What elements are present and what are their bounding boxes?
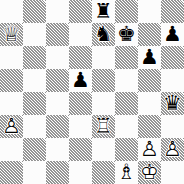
square-d5[interactable]: ♟♟ (69, 69, 92, 92)
square-f6[interactable] (115, 46, 138, 69)
square-c8[interactable] (46, 0, 69, 23)
square-g6[interactable]: ♟♟ (138, 46, 161, 69)
square-d7[interactable] (69, 23, 92, 46)
square-h1[interactable] (161, 161, 184, 184)
white-pawn-piece: ♙ (0, 115, 23, 138)
chess-board: ♜♜♛♕♞♞♚♚♟♟♟♟♟♟♛♛♟♙♜♖♟♙♟♙♝♗♚♔ (0, 0, 184, 184)
square-a3[interactable]: ♟♙ (0, 115, 23, 138)
square-e3[interactable]: ♜♖ (92, 115, 115, 138)
white-king-piece: ♔ (138, 161, 161, 184)
square-c5[interactable] (46, 69, 69, 92)
square-f7[interactable]: ♚♚ (115, 23, 138, 46)
square-g5[interactable] (138, 69, 161, 92)
black-king-piece: ♚ (115, 23, 138, 46)
square-b7[interactable] (23, 23, 46, 46)
square-h4[interactable]: ♛♛ (161, 92, 184, 115)
black-knight-piece: ♞ (92, 23, 115, 46)
square-b1[interactable] (23, 161, 46, 184)
square-c6[interactable] (46, 46, 69, 69)
black-rook-piece: ♜ (92, 0, 115, 23)
white-rook-piece: ♖ (92, 115, 115, 138)
square-d8[interactable] (69, 0, 92, 23)
square-a6[interactable] (0, 46, 23, 69)
square-e2[interactable] (92, 138, 115, 161)
square-a1[interactable] (0, 161, 23, 184)
square-f3[interactable] (115, 115, 138, 138)
white-pawn-piece: ♙ (161, 138, 184, 161)
square-f5[interactable] (115, 69, 138, 92)
square-d4[interactable] (69, 92, 92, 115)
square-f1[interactable]: ♝♗ (115, 161, 138, 184)
square-f8[interactable] (115, 0, 138, 23)
white-bishop-piece: ♗ (115, 161, 138, 184)
chess-diagram: ♜♜♛♕♞♞♚♚♟♟♟♟♟♟♛♛♟♙♜♖♟♙♟♙♝♗♚♔ (0, 0, 184, 184)
square-d2[interactable] (69, 138, 92, 161)
square-c7[interactable] (46, 23, 69, 46)
square-c2[interactable] (46, 138, 69, 161)
white-pawn-piece: ♙ (138, 138, 161, 161)
black-queen-piece: ♛ (161, 92, 184, 115)
square-b8[interactable] (23, 0, 46, 23)
white-queen-piece: ♕ (0, 23, 23, 46)
square-g7[interactable] (138, 23, 161, 46)
square-c4[interactable] (46, 92, 69, 115)
square-b3[interactable] (23, 115, 46, 138)
black-pawn-piece: ♟ (138, 46, 161, 69)
square-f2[interactable] (115, 138, 138, 161)
square-e7[interactable]: ♞♞ (92, 23, 115, 46)
square-e1[interactable] (92, 161, 115, 184)
square-e8[interactable]: ♜♜ (92, 0, 115, 23)
square-d3[interactable] (69, 115, 92, 138)
square-h6[interactable] (161, 46, 184, 69)
square-c1[interactable] (46, 161, 69, 184)
square-a2[interactable] (0, 138, 23, 161)
square-a5[interactable] (0, 69, 23, 92)
square-f4[interactable] (115, 92, 138, 115)
square-g3[interactable] (138, 115, 161, 138)
square-b6[interactable] (23, 46, 46, 69)
square-h7[interactable]: ♟♟ (161, 23, 184, 46)
square-h2[interactable]: ♟♙ (161, 138, 184, 161)
square-b2[interactable] (23, 138, 46, 161)
square-c3[interactable] (46, 115, 69, 138)
square-b4[interactable] (23, 92, 46, 115)
square-d6[interactable] (69, 46, 92, 69)
square-b5[interactable] (23, 69, 46, 92)
square-g1[interactable]: ♚♔ (138, 161, 161, 184)
black-pawn-piece: ♟ (161, 23, 184, 46)
square-d1[interactable] (69, 161, 92, 184)
square-h3[interactable] (161, 115, 184, 138)
black-pawn-piece: ♟ (69, 69, 92, 92)
square-e5[interactable] (92, 69, 115, 92)
square-e6[interactable] (92, 46, 115, 69)
square-h8[interactable] (161, 0, 184, 23)
square-e4[interactable] (92, 92, 115, 115)
square-a8[interactable] (0, 0, 23, 23)
square-a4[interactable] (0, 92, 23, 115)
square-h5[interactable] (161, 69, 184, 92)
square-g2[interactable]: ♟♙ (138, 138, 161, 161)
square-g8[interactable] (138, 0, 161, 23)
square-g4[interactable] (138, 92, 161, 115)
square-a7[interactable]: ♛♕ (0, 23, 23, 46)
